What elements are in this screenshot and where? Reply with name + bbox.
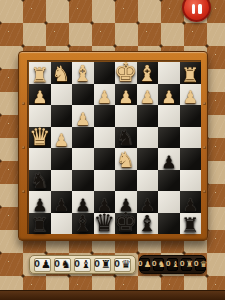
captured-count: 0: [74, 260, 80, 269]
square-c6[interactable]: [72, 170, 94, 192]
piece-white-pawn[interactable]: ♟: [183, 89, 198, 106]
square-g7[interactable]: [158, 191, 180, 213]
square-b7[interactable]: ♟: [51, 191, 73, 213]
piece-white-knight[interactable]: ♞: [116, 150, 135, 171]
square-d8[interactable]: ♛: [94, 213, 116, 235]
captured-counter-black-queen: 0♛: [114, 258, 131, 272]
square-f3[interactable]: [137, 105, 159, 127]
square-f4[interactable]: [137, 127, 159, 149]
square-f5[interactable]: [137, 148, 159, 170]
piece-white-pawn[interactable]: ♟: [161, 89, 176, 106]
captured-counter-black-rook: 0♜: [94, 258, 111, 272]
square-b4[interactable]: ♟: [51, 127, 73, 149]
square-c3[interactable]: ♟: [72, 105, 94, 127]
square-c5[interactable]: [72, 148, 94, 170]
chess-app-screen: ♜♞♝♚♝♜♟♟♟♟♟♟♟♛♟♞♞♟♞♟♟♟♟♟♟♟♜♝♛♚♝♜ 0♟0♞0♝0…: [0, 0, 225, 300]
piece-black-pawn[interactable]: ♟: [161, 154, 176, 171]
captured-count: 0: [180, 261, 185, 268]
square-b3[interactable]: [51, 105, 73, 127]
piece-white-king[interactable]: ♚: [114, 59, 137, 85]
piece-white-knight[interactable]: ♞: [52, 64, 71, 85]
captured-black-pieces-tray: 0♟0♞0♝0♜0♛: [29, 255, 136, 274]
square-f1[interactable]: ♝: [137, 62, 159, 84]
captured-counter-white-knight: 0♞: [153, 258, 164, 271]
frame-nail: [203, 146, 206, 149]
square-g5[interactable]: ♟: [158, 148, 180, 170]
square-f7[interactable]: ♟: [137, 191, 159, 213]
square-d4[interactable]: [94, 127, 116, 149]
square-h1[interactable]: ♜: [180, 62, 202, 84]
captured-count: 0: [166, 261, 171, 268]
chess-board: ♜♞♝♚♝♜♟♟♟♟♟♟♟♛♟♞♞♟♞♟♟♟♟♟♟♟♜♝♛♚♝♜: [28, 61, 200, 233]
pause-icon: [192, 4, 202, 14]
square-f6[interactable]: [137, 170, 159, 192]
square-g8[interactable]: [158, 213, 180, 235]
piece-white-rook[interactable]: ♜: [181, 65, 199, 85]
piece-black-pawn[interactable]: ♟: [32, 197, 47, 214]
captured-white-pieces-tray: 0♟0♞0♝0♜0♛: [139, 255, 206, 274]
piece-black-knight[interactable]: ♞: [116, 128, 135, 149]
square-e1[interactable]: ♚: [115, 62, 137, 84]
piece-black-knight[interactable]: ♞: [30, 171, 49, 192]
rook-icon: ♜: [101, 259, 111, 270]
piece-black-queen[interactable]: ♛: [93, 211, 115, 235]
piece-black-rook[interactable]: ♜: [181, 215, 199, 235]
square-d5[interactable]: [94, 148, 116, 170]
pawn-icon: ♟: [144, 260, 152, 269]
square-c7[interactable]: ♟: [72, 191, 94, 213]
captured-count: 0: [54, 260, 60, 269]
piece-black-bishop[interactable]: ♝: [137, 213, 157, 235]
knight-icon: ♞: [61, 259, 71, 270]
square-a2[interactable]: ♟: [29, 84, 51, 106]
captured-counter-black-knight: 0♞: [54, 258, 71, 272]
square-c4[interactable]: [72, 127, 94, 149]
square-e6[interactable]: [115, 170, 137, 192]
square-h8[interactable]: ♜: [180, 213, 202, 235]
square-g1[interactable]: [158, 62, 180, 84]
piece-white-rook[interactable]: ♜: [31, 65, 49, 85]
captured-count: 0: [194, 261, 199, 268]
square-c1[interactable]: ♝: [72, 62, 94, 84]
captured-counter-black-pawn: 0♟: [34, 258, 51, 272]
square-d2[interactable]: ♟: [94, 84, 116, 106]
square-a8[interactable]: ♜: [29, 213, 51, 235]
captured-count: 0: [114, 260, 120, 269]
square-a1[interactable]: ♜: [29, 62, 51, 84]
square-d3[interactable]: [94, 105, 116, 127]
square-c8[interactable]: ♝: [72, 213, 94, 235]
square-e2[interactable]: ♟: [115, 84, 137, 106]
captured-counter-white-pawn: 0♟: [139, 258, 150, 271]
piece-white-pawn[interactable]: ♟: [54, 132, 69, 149]
frame-nail: [22, 146, 25, 149]
captured-count: 0: [94, 260, 100, 269]
captured-count: 0: [34, 260, 40, 269]
piece-white-pawn[interactable]: ♟: [140, 89, 155, 106]
square-b6[interactable]: [51, 170, 73, 192]
piece-white-pawn[interactable]: ♟: [32, 89, 47, 106]
captured-count: 0: [152, 261, 157, 268]
square-g6[interactable]: [158, 170, 180, 192]
square-h7[interactable]: ♟: [180, 191, 202, 213]
piece-white-bishop[interactable]: ♝: [137, 63, 157, 85]
knight-icon: ♞: [158, 260, 166, 269]
board-frame: ♜♞♝♚♝♜♟♟♟♟♟♟♟♛♟♞♞♟♞♟♟♟♟♟♟♟♜♝♛♚♝♜: [18, 51, 208, 241]
bishop-icon: ♝: [81, 259, 91, 270]
queen-icon: ♛: [121, 259, 131, 270]
square-d6[interactable]: [94, 170, 116, 192]
square-b2[interactable]: [51, 84, 73, 106]
floor-strip: [0, 290, 225, 300]
square-h4[interactable]: [180, 127, 202, 149]
queen-icon: ♛: [200, 260, 208, 269]
frame-nail: [22, 190, 25, 193]
frame-nail: [22, 102, 25, 105]
frame-nail: [203, 190, 206, 193]
square-e4[interactable]: ♞: [115, 127, 137, 149]
captured-counter-white-rook: 0♜: [181, 258, 192, 271]
square-a7[interactable]: ♟: [29, 191, 51, 213]
square-a6[interactable]: ♞: [29, 170, 51, 192]
square-f2[interactable]: ♟: [137, 84, 159, 106]
square-h2[interactable]: ♟: [180, 84, 202, 106]
captured-counter-white-queen: 0♛: [195, 258, 206, 271]
square-b5[interactable]: [51, 148, 73, 170]
frame-nail: [203, 102, 206, 105]
square-a4[interactable]: ♛: [29, 127, 51, 149]
pawn-icon: ♟: [41, 259, 51, 270]
piece-white-pawn[interactable]: ♟: [118, 89, 133, 106]
captured-count: 0: [138, 261, 143, 268]
square-e5[interactable]: ♞: [115, 148, 137, 170]
piece-black-pawn[interactable]: ♟: [183, 197, 198, 214]
square-f8[interactable]: ♝: [137, 213, 159, 235]
square-g4[interactable]: [158, 127, 180, 149]
square-b8[interactable]: [51, 213, 73, 235]
square-g2[interactable]: ♟: [158, 84, 180, 106]
piece-black-rook[interactable]: ♜: [31, 215, 49, 235]
square-c2[interactable]: [72, 84, 94, 106]
piece-white-pawn[interactable]: ♟: [97, 89, 112, 106]
square-h3[interactable]: [180, 105, 202, 127]
square-a5[interactable]: [29, 148, 51, 170]
piece-black-pawn[interactable]: ♟: [54, 197, 69, 214]
square-e8[interactable]: ♚: [115, 213, 137, 235]
piece-white-pawn[interactable]: ♟: [75, 111, 90, 128]
piece-white-bishop[interactable]: ♝: [73, 63, 93, 85]
square-g3[interactable]: [158, 105, 180, 127]
square-d1[interactable]: [94, 62, 116, 84]
square-h6[interactable]: [180, 170, 202, 192]
rook-icon: ♜: [186, 260, 194, 269]
captured-counter-white-bishop: 0♝: [167, 258, 178, 271]
piece-black-king[interactable]: ♚: [114, 209, 137, 235]
bishop-icon: ♝: [172, 260, 180, 269]
piece-white-queen[interactable]: ♛: [29, 125, 51, 149]
square-e3[interactable]: [115, 105, 137, 127]
piece-black-bishop[interactable]: ♝: [73, 213, 93, 235]
square-b1[interactable]: ♞: [51, 62, 73, 84]
captured-counter-black-bishop: 0♝: [74, 258, 91, 272]
square-h5[interactable]: [180, 148, 202, 170]
